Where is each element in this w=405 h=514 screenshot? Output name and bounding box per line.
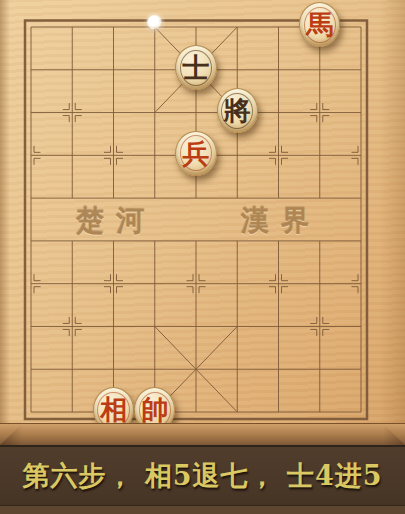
piece-red-soldier[interactable]: 兵 — [175, 131, 216, 176]
cell-black-advisor: 士 — [175, 48, 216, 91]
piece-black-general[interactable]: 將 — [217, 88, 258, 133]
last-move-marker — [147, 15, 162, 30]
move-caption-text: 第六步， 相5退七， 士4进5 — [0, 458, 405, 494]
piece-black-advisor[interactable]: 士 — [175, 45, 216, 90]
piece-grid[interactable]: 馬士將兵相帥 — [10, 6, 381, 434]
xiangqi-game-screen: 楚河 漢界 馬士將兵相帥 第六步， 相5退七， 士4进5 — [0, 0, 405, 514]
piece-red-horse[interactable]: 馬 — [299, 2, 340, 47]
cell-last-move — [134, 6, 175, 49]
cell-red-soldier: 兵 — [175, 134, 216, 177]
move-caption-bar: 第六步， 相5退七， 士4进5 — [0, 447, 405, 514]
cell-black-general: 將 — [217, 91, 258, 134]
cell-red-horse: 馬 — [299, 6, 340, 49]
board-front-bevel — [0, 423, 405, 447]
